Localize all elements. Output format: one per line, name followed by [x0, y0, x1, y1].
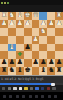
nav-button-2[interactable]: [9, 95, 12, 98]
square-f8[interactable]: ♝: [16, 67, 24, 75]
square-a2[interactable]: ♟: [55, 20, 63, 28]
square-h2[interactable]: ♟: [0, 20, 8, 28]
square-b8[interactable]: ♞: [47, 67, 55, 75]
white-pawn: ♟: [56, 20, 62, 28]
square-f3[interactable]: [16, 28, 24, 36]
square-d4[interactable]: ♟: [32, 36, 40, 44]
nav-button-4[interactable]: [22, 95, 25, 98]
square-c1[interactable]: [39, 12, 47, 20]
square-a6[interactable]: [55, 51, 63, 59]
toolbar-button-5[interactable]: [24, 87, 27, 90]
toolbar-button-8[interactable]: [41, 87, 44, 90]
square-d2[interactable]: [32, 20, 40, 28]
hint-marker: +: [17, 51, 22, 59]
square-e5[interactable]: ♟: [24, 44, 32, 52]
square-c2[interactable]: ♟: [39, 20, 47, 28]
square-e4[interactable]: [24, 36, 32, 44]
square-h4[interactable]: [0, 36, 8, 44]
nav-button-8[interactable]: [48, 95, 51, 98]
square-h8[interactable]: ♜: [0, 67, 8, 75]
nav-button-6[interactable]: [35, 95, 38, 98]
white-bishop: ♝: [9, 44, 15, 52]
square-b1[interactable]: [47, 12, 55, 20]
square-c7[interactable]: ♟: [39, 59, 47, 67]
chess-board[interactable]: ♜♞♝♚♛♜♟♟♟♟♟♟♟♞♟♝♟+♟♟♟♟♟♟♟♜♞♝♚♝♞♜: [0, 12, 63, 75]
toolbar-button-7[interactable]: [35, 87, 38, 90]
square-b3[interactable]: [47, 28, 55, 36]
white-knight: ♞: [9, 12, 15, 20]
square-c5[interactable]: [39, 44, 47, 52]
square-a1[interactable]: ♜: [55, 12, 63, 20]
square-h5[interactable]: [0, 44, 8, 52]
white-pawn: ♟: [9, 20, 15, 28]
white-king: ♚: [25, 12, 31, 20]
white-pawn: ♟: [40, 20, 46, 28]
toolbar-button-1[interactable]: [2, 87, 5, 90]
square-f7[interactable]: ♟: [16, 59, 24, 67]
square-f5[interactable]: [16, 44, 24, 52]
square-e8[interactable]: ♚: [24, 67, 32, 75]
square-e7[interactable]: [24, 59, 32, 67]
toolbar-button-2[interactable]: [8, 87, 11, 90]
square-d6[interactable]: [32, 51, 40, 59]
black-rook: ♜: [56, 67, 62, 75]
phone-screen: ♜♞♝♚♛♜♟♟♟♟♟♟♟♞♟♝♟+♟♟♟♟♟♟♟♜♞♝♚♝♞♜ 1. d4 e…: [0, 0, 63, 100]
seekbar-thumb[interactable]: [51, 83, 55, 86]
square-h7[interactable]: ♟: [0, 59, 8, 67]
white-pawn: ♟: [1, 20, 7, 28]
square-g1[interactable]: ♞: [8, 12, 16, 20]
black-pawn: ♟: [25, 44, 31, 52]
seekbar-fill: [0, 83, 53, 85]
black-bishop: ♝: [17, 67, 23, 75]
square-g5[interactable]: ♝: [8, 44, 16, 52]
square-a3[interactable]: [55, 28, 63, 36]
square-a5[interactable]: [55, 44, 63, 52]
toolbar-button-4[interactable]: [19, 87, 22, 90]
toolbar-button-9[interactable]: [47, 87, 50, 90]
square-h1[interactable]: ♜: [0, 12, 8, 20]
square-e2[interactable]: ♟: [24, 20, 32, 28]
black-rook: ♜: [1, 67, 7, 75]
white-knight: ♞: [40, 28, 46, 36]
nav-button-1[interactable]: [3, 95, 6, 98]
square-g2[interactable]: ♟: [8, 20, 16, 28]
square-c4[interactable]: [39, 36, 47, 44]
signal-icon: [4, 2, 6, 4]
square-d8[interactable]: [32, 67, 40, 75]
square-c3[interactable]: ♞: [39, 28, 47, 36]
black-king: ♚: [25, 67, 31, 75]
square-b7[interactable]: ♟: [47, 59, 55, 67]
black-pawn: ♟: [40, 59, 46, 67]
square-a7[interactable]: ♟: [55, 59, 63, 67]
square-f1[interactable]: ♝: [16, 12, 24, 20]
white-bishop: ♝: [17, 12, 23, 20]
black-knight: ♞: [48, 67, 54, 75]
black-pawn: ♟: [1, 59, 7, 67]
white-rook: ♜: [56, 12, 62, 20]
square-c6[interactable]: [39, 51, 47, 59]
toolbar: [0, 85, 63, 92]
square-c8[interactable]: ♝: [39, 67, 47, 75]
black-pawn: ♟: [56, 59, 62, 67]
white-rook: ♜: [1, 12, 7, 20]
toolbar-button-6[interactable]: [30, 87, 33, 90]
square-f6[interactable]: +: [16, 51, 24, 59]
square-b2[interactable]: ♟: [47, 20, 55, 28]
square-e1[interactable]: ♚: [24, 12, 32, 20]
analysis-seekbar[interactable]: [0, 83, 63, 85]
square-h6[interactable]: [0, 51, 8, 59]
nav-button-5[interactable]: [29, 95, 32, 98]
nav-button-7[interactable]: [41, 95, 44, 98]
notification-icon: [1, 2, 3, 4]
square-d3[interactable]: [32, 28, 40, 36]
nav-button-3[interactable]: [16, 95, 19, 98]
black-pawn: ♟: [32, 59, 38, 67]
square-b6[interactable]: [47, 51, 55, 59]
square-d7[interactable]: ♟: [32, 59, 40, 67]
square-g8[interactable]: ♞: [8, 67, 16, 75]
black-pawn: ♟: [9, 59, 15, 67]
square-g7[interactable]: ♟: [8, 59, 16, 67]
white-pawn: ♟: [17, 20, 23, 28]
square-f2[interactable]: ♟: [16, 20, 24, 28]
white-pawn: ♟: [48, 20, 54, 28]
square-e6[interactable]: [24, 51, 32, 59]
white-pawn: ♟: [32, 36, 38, 44]
black-bishop: ♝: [40, 67, 46, 75]
white-queen: ♛: [32, 12, 38, 20]
nav-button-9[interactable]: [54, 95, 57, 98]
black-pawn: ♟: [48, 59, 54, 67]
toolbar-button-10[interactable]: [52, 87, 55, 90]
black-pawn: ♟: [17, 59, 23, 67]
square-e3[interactable]: [24, 28, 32, 36]
toolbar-button-3[interactable]: [13, 87, 16, 90]
square-g6[interactable]: [8, 51, 16, 59]
square-b4[interactable]: [47, 36, 55, 44]
white-pawn: ♟: [25, 20, 31, 28]
square-b5[interactable]: [47, 44, 55, 52]
black-knight: ♞: [9, 67, 15, 75]
square-d1[interactable]: ♛: [32, 12, 40, 20]
square-f4[interactable]: [16, 36, 24, 44]
square-d5[interactable]: [32, 44, 40, 52]
battery-icon: [7, 2, 9, 4]
square-g4[interactable]: [8, 36, 16, 44]
square-g3[interactable]: [8, 28, 16, 36]
navigation-bar: [0, 92, 63, 100]
square-a8[interactable]: ♜: [55, 67, 63, 75]
move-list[interactable]: 1. d4 e5 2. Nc3 Qg5 3. Bxg5: [0, 76, 63, 83]
square-a4[interactable]: [55, 36, 63, 44]
square-h3[interactable]: [0, 28, 8, 36]
app-bar: [0, 5, 63, 12]
